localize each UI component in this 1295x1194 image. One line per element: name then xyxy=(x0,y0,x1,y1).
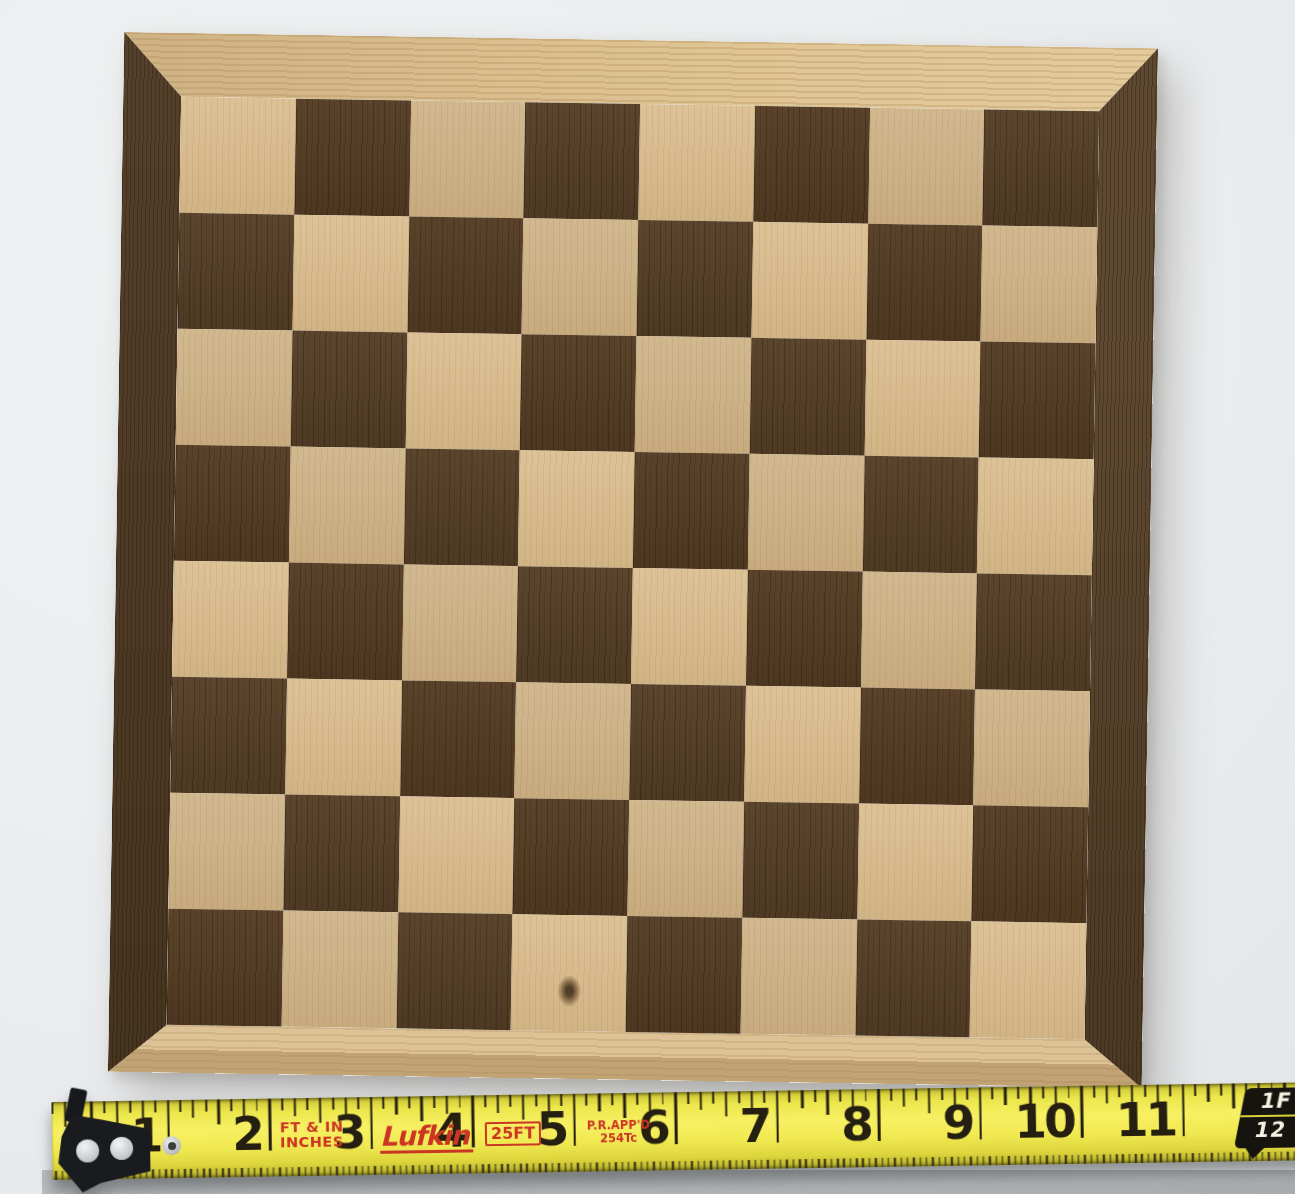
board-square xyxy=(294,99,411,217)
board-square xyxy=(866,224,983,342)
board-square xyxy=(748,454,865,572)
tape-inch-number: 11 xyxy=(1116,1095,1176,1143)
board-square xyxy=(179,97,296,215)
board-grid xyxy=(167,97,1099,1039)
board-square xyxy=(407,216,524,334)
board-square xyxy=(864,340,981,458)
board-square xyxy=(859,688,976,806)
board-square xyxy=(403,448,520,566)
board-square xyxy=(753,106,870,224)
tape-foot-marker-bottom: 12 xyxy=(1235,1116,1295,1144)
board-square xyxy=(518,450,635,568)
board-square xyxy=(633,452,750,570)
board-square xyxy=(970,921,1087,1039)
tape-inch-number: 8 xyxy=(841,1100,871,1147)
board-square xyxy=(287,563,404,681)
board-square xyxy=(283,795,400,913)
board-square xyxy=(868,108,985,226)
board-square xyxy=(983,109,1100,227)
board-square xyxy=(409,100,526,218)
tape-foot-marker-top: 1F xyxy=(1240,1087,1295,1117)
tape-inch-number: 10 xyxy=(1014,1097,1074,1145)
tape-ft-in-line2: INCHES xyxy=(280,1134,344,1150)
tape-hook xyxy=(51,1099,212,1180)
tape-inch-number: 7 xyxy=(739,1102,769,1149)
board-square xyxy=(167,909,284,1027)
board-square xyxy=(746,570,863,688)
tape-length-badge: 25FT xyxy=(485,1121,541,1145)
board-square xyxy=(522,218,639,336)
board-square xyxy=(981,225,1098,343)
board-square xyxy=(857,804,974,922)
board-square xyxy=(742,802,859,920)
board-square xyxy=(398,796,515,914)
board-square xyxy=(168,793,285,911)
tape-inch-number: 9 xyxy=(942,1099,972,1146)
tape-approval-label: P.R.APP'D 254Tc xyxy=(587,1119,650,1146)
board-square xyxy=(290,331,407,449)
board-square xyxy=(176,329,293,447)
board-square xyxy=(174,445,291,563)
tape-foot-marker: 1F 12 xyxy=(1234,1087,1295,1148)
board-square xyxy=(635,336,752,454)
board-square xyxy=(405,332,522,450)
board-square xyxy=(979,341,1096,459)
board-square xyxy=(749,338,866,456)
board-square xyxy=(855,920,972,1038)
board-square xyxy=(292,215,409,333)
tape-approval-line2: 254Tc xyxy=(587,1132,650,1146)
board-square xyxy=(524,102,641,220)
board-square xyxy=(400,680,517,798)
board-square xyxy=(178,213,295,331)
board-square xyxy=(513,798,630,916)
board-square xyxy=(626,916,743,1034)
board-square xyxy=(862,456,979,574)
board-square xyxy=(285,679,402,797)
board-square xyxy=(172,561,289,679)
board-square xyxy=(977,457,1094,575)
board-square xyxy=(514,682,631,800)
board-square xyxy=(281,911,398,1029)
board-square xyxy=(629,684,746,802)
board-square xyxy=(972,805,1089,923)
scene: 1234567891011 FT & IN INCHES Lufkin 25FT… xyxy=(0,0,1295,1194)
board-square xyxy=(861,572,978,690)
board-square xyxy=(637,220,754,338)
tape-grommet xyxy=(162,1136,181,1155)
board-square xyxy=(516,566,633,684)
board-square xyxy=(396,912,513,1030)
tape-inch-number: 2 xyxy=(232,1110,262,1157)
board-square xyxy=(511,914,628,1032)
board-square xyxy=(520,334,637,452)
board-square xyxy=(751,222,868,340)
board-square xyxy=(402,564,519,682)
board-square xyxy=(638,104,755,222)
board-square xyxy=(627,800,744,918)
board-square xyxy=(744,686,861,804)
tape-ft-in-label: FT & IN INCHES xyxy=(280,1119,344,1150)
board-square xyxy=(289,447,406,565)
board-square xyxy=(631,568,748,686)
board-square xyxy=(170,677,287,795)
tape-brand-label: Lufkin xyxy=(380,1121,473,1154)
board-square xyxy=(740,918,857,1036)
board-square xyxy=(975,573,1092,691)
chessboard xyxy=(108,32,1158,1088)
board-square xyxy=(973,689,1090,807)
